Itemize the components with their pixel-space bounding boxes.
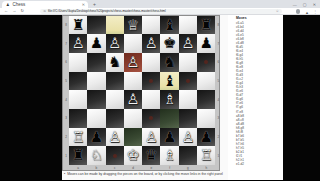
board-squares: ♜♕♝♜♙♟♙♙♚♙♟♞♙♞♝♙♗♖♟♙♙♟♙♟♜♘♔♛♗♖ [69, 16, 215, 166]
bookmark-star-icon[interactable]: ☆ [276, 9, 279, 13]
black-pawn-h7[interactable]: ♟ [197, 34, 215, 52]
square-c2[interactable]: ♙ [106, 128, 124, 147]
favicon-icon: ♟ [6, 2, 10, 7]
square-e4[interactable] [142, 90, 160, 109]
square-g7[interactable]: ♙ [179, 34, 197, 53]
square-c5[interactable] [106, 72, 124, 91]
square-h5[interactable] [197, 72, 215, 91]
file-label-b: b [87, 165, 105, 171]
white-pawn-c2[interactable]: ♙ [106, 128, 124, 146]
address-bar[interactable]: ⓘ file:///C:/Users/Gupta/Desktop/chess%2… [40, 9, 282, 14]
move-hint-dot-c1 [113, 154, 117, 158]
rank-label-6: 6 [215, 53, 221, 72]
profile-avatar[interactable] [296, 9, 300, 13]
square-d8[interactable]: ♕ [124, 16, 142, 35]
square-a5[interactable] [69, 72, 87, 91]
square-b5[interactable] [87, 72, 105, 91]
square-b3[interactable] [87, 109, 105, 128]
move-list-panel: Moves c6-a5c6-b4c6-d4c6-e5c6-b8c6-d8f6-d… [228, 15, 283, 181]
white-bishop-f4[interactable]: ♗ [160, 90, 178, 108]
close-tab-icon[interactable]: ✕ [82, 2, 85, 7]
square-g6[interactable] [179, 53, 197, 72]
white-pawn-e2[interactable]: ♙ [142, 128, 160, 146]
rank-label-4: 4 [215, 90, 221, 109]
square-e7[interactable]: ♙ [142, 34, 160, 53]
black-pawn-b2[interactable]: ♟ [87, 128, 105, 146]
menu-icon[interactable]: ⋮ [313, 9, 317, 14]
white-rook-a2[interactable]: ♖ [69, 128, 87, 146]
square-a8[interactable]: ♜ [69, 16, 87, 35]
black-king-f7[interactable]: ♚ [160, 34, 178, 52]
square-c6[interactable]: ♞ [106, 53, 124, 72]
move-hint-dot-h6 [204, 60, 208, 64]
page-right-margin [283, 15, 320, 181]
square-d1[interactable]: ♔ [124, 146, 142, 165]
rank-label-2: 2 [215, 128, 221, 147]
square-g4[interactable] [179, 90, 197, 109]
square-d7[interactable] [124, 34, 142, 53]
minimize-icon[interactable]: — [293, 2, 297, 7]
file-label-e: e [142, 165, 160, 171]
square-f1[interactable]: ♗ [160, 146, 178, 165]
square-b7[interactable]: ♟ [87, 34, 105, 53]
rank-label-7: 7 [215, 34, 221, 53]
maximize-icon[interactable]: ▢ [303, 2, 307, 7]
square-g3[interactable] [179, 109, 197, 128]
square-h4[interactable] [197, 90, 215, 109]
white-pawn-a7[interactable]: ♙ [69, 34, 87, 52]
square-a3[interactable] [69, 109, 87, 128]
square-b2[interactable]: ♟ [87, 128, 105, 147]
file-label-c: c [106, 165, 124, 171]
square-a4[interactable] [69, 90, 87, 109]
new-tab-button[interactable]: + [93, 1, 96, 7]
file-label-d: d [124, 165, 142, 171]
rank-label-5: 5 [215, 72, 221, 91]
bullet: • [64, 172, 65, 176]
file-label-f: f [160, 165, 178, 171]
rank-label-3: 3 [215, 109, 221, 128]
square-h6[interactable] [197, 53, 215, 72]
square-b1[interactable]: ♘ [87, 146, 105, 165]
black-rook-a8[interactable]: ♜ [69, 16, 87, 34]
white-pawn-g7[interactable]: ♙ [179, 34, 197, 52]
white-bishop-f1[interactable]: ♗ [160, 146, 178, 164]
file-label-a: a [69, 165, 87, 171]
rank-labels-right: 87654321 [215, 16, 221, 166]
back-icon[interactable]: ← [4, 8, 8, 13]
move-hint-dot-g5 [186, 79, 190, 83]
square-d4[interactable]: ♙ [124, 90, 142, 109]
square-f3[interactable] [160, 109, 178, 128]
square-e1[interactable]: ♛ [142, 146, 160, 165]
square-h1[interactable]: ♖ [197, 146, 215, 165]
square-a2[interactable]: ♖ [69, 128, 87, 147]
square-b8[interactable] [87, 16, 105, 35]
square-b4[interactable] [87, 90, 105, 109]
square-e6[interactable] [142, 53, 160, 72]
move-link-e1-d2[interactable]: e1-d2 [228, 162, 283, 166]
square-h3[interactable] [197, 109, 215, 128]
square-e2[interactable]: ♙ [142, 128, 160, 147]
file-label-g: g [179, 165, 197, 171]
white-pawn-c7[interactable]: ♙ [106, 34, 124, 52]
black-pawn-b7[interactable]: ♟ [87, 34, 105, 52]
rank-label-1: 1 [215, 146, 221, 165]
square-g1[interactable] [179, 146, 197, 165]
white-pawn-d6[interactable]: ♙ [124, 53, 142, 71]
instructions-text: Moves can be made by dragging the pieces… [67, 172, 223, 176]
square-e3[interactable] [142, 109, 160, 128]
white-rook-h1[interactable]: ♖ [197, 146, 215, 164]
square-d2[interactable] [124, 128, 142, 147]
square-c8[interactable] [106, 16, 124, 35]
black-pawn-f2[interactable]: ♟ [160, 128, 178, 146]
square-a7[interactable]: ♙ [69, 34, 87, 53]
black-rook-a1[interactable]: ♜ [69, 146, 87, 164]
page-info-icon[interactable]: ⓘ [43, 9, 46, 13]
square-c7[interactable]: ♙ [106, 34, 124, 53]
tab-title: Chess [13, 2, 82, 7]
black-knight-f6[interactable]: ♞ [160, 53, 178, 71]
file-label-h: h [197, 165, 215, 171]
square-a1[interactable]: ♜ [69, 146, 87, 165]
square-f7[interactable]: ♚ [160, 34, 178, 53]
browser-tab[interactable]: ♟ Chess ✕ [2, 1, 88, 8]
url-text[interactable]: file:///C:/Users/Gupta/Desktop/chess%20p… [48, 9, 276, 13]
square-g8[interactable] [179, 16, 197, 35]
square-h8[interactable]: ♜ [197, 16, 215, 35]
square-c3[interactable] [106, 109, 124, 128]
browser-window: ♟ Chess ✕ + — ▢ ✕ ← → ↻ ⓘ file:///C:/Use… [0, 0, 320, 180]
square-b6[interactable] [87, 53, 105, 72]
black-bishop-f5[interactable]: ♝ [160, 72, 178, 90]
square-d6[interactable]: ♙ [124, 53, 142, 72]
chess-board: 87654321 ♜♕♝♜♙♟♙♙♚♙♟♞♙♞♝♙♗♖♟♙♙♟♙♟♜♘♔♛♗♖ … [62, 15, 220, 171]
file-labels: abcdefgh [69, 165, 215, 171]
white-king-d1[interactable]: ♔ [124, 146, 142, 164]
square-h2[interactable]: ♟ [197, 128, 215, 147]
move-hint-dot-e3 [149, 116, 153, 120]
close-window-icon[interactable]: ✕ [313, 2, 316, 7]
square-f4[interactable]: ♗ [160, 90, 178, 109]
black-knight-c6[interactable]: ♞ [106, 53, 124, 71]
square-f5[interactable]: ♝ [160, 72, 178, 91]
black-queen-e1[interactable]: ♛ [142, 146, 160, 164]
square-c4[interactable] [106, 90, 124, 109]
black-rook-h8[interactable]: ♜ [197, 16, 215, 34]
tab-strip: ♟ Chess ✕ + — ▢ ✕ [0, 0, 320, 8]
square-d5[interactable] [124, 72, 142, 91]
page-left-margin [0, 15, 62, 181]
white-pawn-g2[interactable]: ♙ [179, 128, 197, 146]
square-d3[interactable] [124, 109, 142, 128]
white-knight-b1[interactable]: ♘ [87, 146, 105, 164]
white-pawn-d4[interactable]: ♙ [124, 90, 142, 108]
reload-icon[interactable]: ↻ [20, 8, 24, 13]
square-f6[interactable]: ♞ [160, 53, 178, 72]
square-e8[interactable] [142, 16, 160, 35]
square-f8[interactable]: ♝ [160, 16, 178, 35]
square-c1[interactable] [106, 146, 124, 165]
forward-icon[interactable]: → [12, 8, 16, 13]
black-bishop-f8[interactable]: ♝ [160, 16, 178, 34]
rank-label-8: 8 [215, 16, 221, 35]
move-list: c6-a5c6-b4c6-d4c6-e5c6-b8c6-d8f6-d5f6-e4… [228, 21, 283, 167]
black-pawn-h2[interactable]: ♟ [197, 128, 215, 146]
square-f2[interactable]: ♟ [160, 128, 178, 147]
square-g2[interactable]: ♙ [179, 128, 197, 147]
white-pawn-e7[interactable]: ♙ [142, 34, 160, 52]
move-hint-dot-e5 [149, 79, 153, 83]
square-e5[interactable] [142, 72, 160, 91]
square-a6[interactable] [69, 53, 87, 72]
instructions-note: •Moves can be made by dragging the piece… [64, 172, 282, 176]
white-queen-d8[interactable]: ♕ [124, 16, 142, 34]
square-h7[interactable]: ♟ [197, 34, 215, 53]
square-g5[interactable] [179, 72, 197, 91]
